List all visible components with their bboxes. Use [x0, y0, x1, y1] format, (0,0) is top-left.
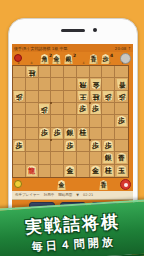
shogi-piece[interactable]: 歩	[39, 128, 51, 139]
board-cell[interactable]	[90, 115, 103, 127]
board-cell[interactable]: 歩	[102, 91, 115, 103]
shogi-piece[interactable]: 銀	[64, 128, 76, 139]
shogi-piece[interactable]: 香	[116, 78, 128, 89]
shogi-piece[interactable]: 桂	[103, 165, 115, 176]
player-avatar	[120, 179, 131, 190]
game-time: 02:21	[83, 193, 93, 197]
board-cell[interactable]	[51, 115, 64, 127]
board-cell[interactable]: 歩	[102, 140, 115, 152]
board-star-point	[89, 102, 91, 104]
shogi-piece[interactable]: 金	[90, 165, 102, 176]
board-cell[interactable]	[64, 115, 77, 127]
board-cell[interactable]	[39, 91, 52, 103]
shogi-piece[interactable]: 歩	[116, 115, 128, 126]
shogi-piece[interactable]: 飛	[77, 78, 89, 89]
shogi-piece[interactable]: 歩	[90, 103, 102, 114]
shogi-piece[interactable]: 歩	[39, 103, 51, 114]
board-cell[interactable]	[102, 115, 115, 127]
board-cell[interactable]	[51, 140, 64, 152]
board-cell[interactable]	[115, 128, 128, 140]
shogi-piece[interactable]: 桂	[77, 128, 89, 139]
kifu-dropdown-arrow-icon[interactable]: ▼	[76, 193, 79, 197]
board-cell[interactable]: 龍	[26, 165, 39, 177]
board-cell[interactable]	[13, 128, 26, 140]
player-name-label: 先手プレイヤー	[15, 193, 40, 197]
board-cell[interactable]: 歩	[115, 91, 128, 103]
shogi-piece[interactable]: 歩	[103, 91, 115, 102]
board-cell[interactable]: 歩	[115, 115, 128, 127]
status-left-text: 後手(R-) 実戦詰将棋 1級 中盤	[14, 46, 68, 51]
board-cell[interactable]	[51, 78, 64, 90]
board-cell[interactable]: 金	[64, 165, 77, 177]
board-star-point	[50, 139, 52, 141]
board-cell[interactable]: 玉	[115, 165, 128, 177]
board-cell[interactable]	[64, 152, 77, 164]
board-cell[interactable]: 歩	[13, 91, 26, 103]
board-cell[interactable]	[39, 152, 52, 164]
board-cell[interactable]	[26, 78, 39, 90]
shogi-piece[interactable]: 銀	[103, 152, 115, 163]
board-cell[interactable]: 王	[77, 91, 90, 103]
board-cell[interactable]	[90, 152, 103, 164]
shogi-piece[interactable]: 金	[64, 165, 76, 176]
board-cell[interactable]: 桂	[26, 66, 39, 78]
board-cell[interactable]: 桂	[90, 91, 103, 103]
shogi-piece[interactable]: 歩	[90, 140, 102, 151]
board-cell[interactable]	[51, 66, 64, 78]
shogi-piece[interactable]: 歩	[51, 128, 63, 139]
board-cell[interactable]	[26, 91, 39, 103]
board-cell[interactable]	[26, 128, 39, 140]
board-cell[interactable]: 歩	[13, 140, 26, 152]
board-cell[interactable]	[13, 103, 26, 115]
board-cell[interactable]	[102, 66, 115, 78]
shogi-piece[interactable]: 王	[77, 91, 89, 102]
board-cell[interactable]	[77, 165, 90, 177]
board-cell[interactable]	[102, 128, 115, 140]
board-cell[interactable]	[115, 140, 128, 152]
captured-piece-count: 2	[73, 53, 76, 58]
board-cell[interactable]	[51, 103, 64, 115]
status-bar: 後手(R-) 実戦詰将棋 1級 中盤 20:08 ↑	[12, 44, 133, 52]
board-cell[interactable]: 飛	[77, 78, 90, 90]
board-cell[interactable]	[90, 128, 103, 140]
shogi-piece[interactable]: 桂	[90, 91, 102, 102]
board-cell[interactable]	[39, 140, 52, 152]
phone-speaker	[61, 29, 85, 32]
shogi-piece[interactable]: 歩	[64, 140, 76, 151]
board-cell[interactable]	[13, 78, 26, 90]
board-cell[interactable]	[77, 115, 90, 127]
board-cell[interactable]: 歩	[39, 128, 52, 140]
board-cell[interactable]: 金	[90, 165, 103, 177]
shogi-piece[interactable]: 歩	[13, 91, 25, 102]
board-cell[interactable]: 歩	[51, 128, 64, 140]
board-cell[interactable]	[39, 165, 52, 177]
board-cell[interactable]	[51, 152, 64, 164]
promo-banner: 実戦詰将棋 毎日４問開放	[0, 199, 144, 256]
board-cell[interactable]	[64, 103, 77, 115]
shogi-piece[interactable]: 金	[90, 78, 102, 89]
board-cell[interactable]	[51, 91, 64, 103]
board-star-point	[50, 102, 52, 104]
board-cell[interactable]	[26, 115, 39, 127]
board-cell[interactable]	[77, 152, 90, 164]
board-cell[interactable]	[39, 115, 52, 127]
shogi-piece[interactable]: 歩	[116, 91, 128, 102]
captured-piece-count: 4	[110, 53, 113, 58]
board-cell[interactable]	[77, 140, 90, 152]
kifu-position-label: 開始局面	[58, 193, 72, 197]
shogi-piece[interactable]: 玉	[116, 165, 128, 176]
shogi-piece[interactable]: 香	[116, 152, 128, 163]
board-cell[interactable]: 歩	[90, 103, 103, 115]
player-turn-clock-icon	[14, 180, 22, 188]
board-cell[interactable]	[115, 66, 128, 78]
phone-camera	[93, 28, 97, 32]
captured-piece-count: 2	[49, 53, 52, 58]
board-cell[interactable]	[90, 66, 103, 78]
board-cell[interactable]: 歩	[39, 103, 52, 115]
board-cell[interactable]: 歩	[90, 140, 103, 152]
board-cell[interactable]	[13, 66, 26, 78]
captured-piece-tile[interactable]: 金	[57, 180, 66, 190]
game-info-bar: 先手プレイヤー 対局中 開始局面 ▼ 02:21	[12, 191, 133, 200]
board-cell[interactable]	[64, 91, 77, 103]
shogi-board: 桂飛金香歩王桂歩歩歩歩歩歩歩歩銀桂歩歩歩歩銀香龍金金桂玉	[12, 65, 129, 178]
board-cell[interactable]: 香	[115, 78, 128, 90]
board-cell[interactable]	[13, 165, 26, 177]
board-cell[interactable]	[26, 103, 39, 115]
player-hand-tray: 金香	[12, 178, 133, 191]
board-cell[interactable]: 銀	[64, 128, 77, 140]
captured-piece-tile[interactable]: 香	[99, 180, 108, 190]
shogi-piece[interactable]: 龍	[26, 165, 38, 176]
board-cell[interactable]: 歩	[77, 103, 90, 115]
shogi-piece[interactable]: 歩	[13, 140, 25, 151]
board-cell[interactable]	[39, 66, 52, 78]
shogi-piece[interactable]: 桂	[26, 66, 38, 77]
board-cell[interactable]	[26, 152, 39, 164]
board-cell[interactable]	[102, 78, 115, 90]
board-cell[interactable]: 歩	[64, 140, 77, 152]
screenshot-root: 後手(R-) 実戦詰将棋 1級 中盤 20:08 ↑ 角2金銀2香歩4 9876…	[0, 0, 144, 256]
shogi-piece[interactable]: 歩	[77, 103, 89, 114]
board-cell[interactable]	[115, 103, 128, 115]
board-cell[interactable]: 金	[90, 78, 103, 90]
game-state-label: 対局中	[44, 193, 55, 197]
board-cell[interactable]	[64, 66, 77, 78]
board-cell[interactable]	[26, 140, 39, 152]
board-cell[interactable]	[51, 165, 64, 177]
board-cell[interactable]	[102, 103, 115, 115]
board-cell[interactable]: 桂	[77, 128, 90, 140]
board-cell[interactable]	[77, 66, 90, 78]
board-cell[interactable]: 銀	[102, 152, 115, 164]
board-star-point	[89, 139, 91, 141]
board-cell[interactable]: 桂	[102, 165, 115, 177]
status-right-text: 20:08 ↑	[115, 46, 131, 51]
board-cell[interactable]	[64, 78, 77, 90]
board-cell[interactable]	[39, 78, 52, 90]
board-cell[interactable]	[13, 152, 26, 164]
board-cell[interactable]: 香	[115, 152, 128, 164]
board-area: 987654321 桂飛金香歩王桂歩歩歩歩歩歩歩歩銀桂歩歩歩歩銀香龍金金桂玉 一…	[12, 65, 133, 178]
shogi-piece[interactable]: 歩	[103, 140, 115, 151]
board-cell[interactable]	[13, 115, 26, 127]
